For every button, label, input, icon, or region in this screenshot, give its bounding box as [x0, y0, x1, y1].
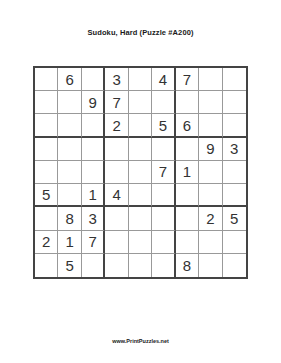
cell-r9c3[interactable]: [82, 254, 105, 277]
cell-r3c4[interactable]: 2: [105, 114, 128, 137]
cell-r9c2[interactable]: 5: [58, 254, 81, 277]
cell-r5c8[interactable]: [199, 161, 222, 184]
cell-r6c7[interactable]: [176, 184, 199, 207]
cell-r5c2[interactable]: [58, 161, 81, 184]
cell-r1c6[interactable]: 4: [152, 68, 175, 91]
cell-r3c9[interactable]: [223, 114, 246, 137]
cell-r7c5[interactable]: [129, 207, 152, 230]
cell-r6c3[interactable]: 1: [82, 184, 105, 207]
cell-r5c6[interactable]: 7: [152, 161, 175, 184]
cell-r4c2[interactable]: [58, 138, 81, 161]
cell-r7c9[interactable]: 5: [223, 207, 246, 230]
cell-r5c9[interactable]: [223, 161, 246, 184]
cell-r6c8[interactable]: [199, 184, 222, 207]
cell-r2c5[interactable]: [129, 91, 152, 114]
cell-r9c9[interactable]: [223, 254, 246, 277]
cell-r3c3[interactable]: [82, 114, 105, 137]
cell-r7c7[interactable]: [176, 207, 199, 230]
cell-r8c3[interactable]: 7: [82, 231, 105, 254]
cell-r2c4[interactable]: 7: [105, 91, 128, 114]
cell-r4c9[interactable]: 3: [223, 138, 246, 161]
cell-r8c6[interactable]: [152, 231, 175, 254]
cell-r1c2[interactable]: 6: [58, 68, 81, 91]
page-title: Sudoku, Hard (Puzzle #A200): [0, 28, 281, 37]
cell-r2c8[interactable]: [199, 91, 222, 114]
cell-r4c4[interactable]: [105, 138, 128, 161]
cell-r1c7[interactable]: 7: [176, 68, 199, 91]
cell-r6c9[interactable]: [223, 184, 246, 207]
cell-r7c8[interactable]: 2: [199, 207, 222, 230]
cell-r5c7[interactable]: 1: [176, 161, 199, 184]
cell-r4c1[interactable]: [35, 138, 58, 161]
cell-r3c1[interactable]: [35, 114, 58, 137]
cell-r1c4[interactable]: 3: [105, 68, 128, 91]
cell-r7c4[interactable]: [105, 207, 128, 230]
cell-r4c5[interactable]: [129, 138, 152, 161]
footer-url: www.PrintPuzzles.net: [0, 338, 281, 344]
cell-r2c9[interactable]: [223, 91, 246, 114]
cell-r3c5[interactable]: [129, 114, 152, 137]
cell-r6c2[interactable]: [58, 184, 81, 207]
cell-r3c2[interactable]: [58, 114, 81, 137]
cell-r9c1[interactable]: [35, 254, 58, 277]
cell-r8c1[interactable]: 2: [35, 231, 58, 254]
sudoku-grid: 6347972569371514832521758: [33, 66, 248, 279]
cell-r2c2[interactable]: [58, 91, 81, 114]
cell-r1c8[interactable]: [199, 68, 222, 91]
cell-r6c4[interactable]: 4: [105, 184, 128, 207]
cell-r7c6[interactable]: [152, 207, 175, 230]
cell-r8c4[interactable]: [105, 231, 128, 254]
cell-r8c2[interactable]: 1: [58, 231, 81, 254]
cell-r3c6[interactable]: 5: [152, 114, 175, 137]
cell-r7c1[interactable]: [35, 207, 58, 230]
cell-r7c3[interactable]: 3: [82, 207, 105, 230]
cell-r1c9[interactable]: [223, 68, 246, 91]
sudoku-page: Sudoku, Hard (Puzzle #A200) 634797256937…: [0, 0, 281, 363]
cell-r8c9[interactable]: [223, 231, 246, 254]
cell-r9c5[interactable]: [129, 254, 152, 277]
cell-r8c8[interactable]: [199, 231, 222, 254]
cell-r9c4[interactable]: [105, 254, 128, 277]
cell-r6c6[interactable]: [152, 184, 175, 207]
cell-r6c1[interactable]: 5: [35, 184, 58, 207]
cell-r3c7[interactable]: 6: [176, 114, 199, 137]
cell-r2c6[interactable]: [152, 91, 175, 114]
cell-r5c5[interactable]: [129, 161, 152, 184]
cell-r3c8[interactable]: [199, 114, 222, 137]
cell-r9c8[interactable]: [199, 254, 222, 277]
cell-r4c8[interactable]: 9: [199, 138, 222, 161]
cell-r2c3[interactable]: 9: [82, 91, 105, 114]
cell-r8c7[interactable]: [176, 231, 199, 254]
cell-r2c7[interactable]: [176, 91, 199, 114]
cell-r9c7[interactable]: 8: [176, 254, 199, 277]
cell-r9c6[interactable]: [152, 254, 175, 277]
cell-r2c1[interactable]: [35, 91, 58, 114]
cell-r1c3[interactable]: [82, 68, 105, 91]
cell-r4c3[interactable]: [82, 138, 105, 161]
cell-r8c5[interactable]: [129, 231, 152, 254]
cell-r7c2[interactable]: 8: [58, 207, 81, 230]
cell-r6c5[interactable]: [129, 184, 152, 207]
cell-r5c4[interactable]: [105, 161, 128, 184]
cell-r1c1[interactable]: [35, 68, 58, 91]
cell-r4c7[interactable]: [176, 138, 199, 161]
cell-r4c6[interactable]: [152, 138, 175, 161]
cell-r5c1[interactable]: [35, 161, 58, 184]
cell-r1c5[interactable]: [129, 68, 152, 91]
cell-r5c3[interactable]: [82, 161, 105, 184]
